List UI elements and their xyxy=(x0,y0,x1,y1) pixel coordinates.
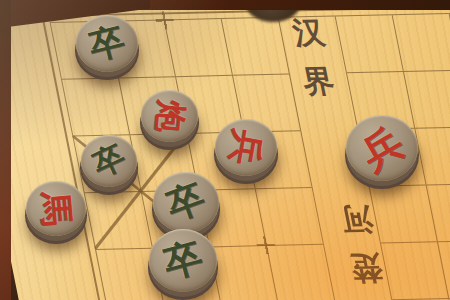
piece-black-soldier[interactable]: 卒 xyxy=(76,15,138,72)
point-marker xyxy=(255,236,277,254)
piece-character: 馬 xyxy=(26,176,86,241)
river-char: 河 xyxy=(329,195,385,245)
board-cell[interactable] xyxy=(391,13,450,71)
table-edge-left xyxy=(0,0,11,300)
river-char: 界 xyxy=(291,56,347,106)
piece-red-cannon[interactable]: 炮 xyxy=(141,90,198,142)
piece-red-soldier[interactable]: 兵 xyxy=(346,115,418,181)
piece-black-soldier[interactable]: 卒 xyxy=(81,135,137,187)
piece-red-horse[interactable]: 馬 xyxy=(26,181,86,236)
piece-character: 兵 xyxy=(213,112,280,183)
piece-red-soldier[interactable]: 兵 xyxy=(215,119,277,176)
piece-black-soldier[interactable]: 卒 xyxy=(149,229,217,292)
river-char: 楚 xyxy=(339,243,395,293)
xiangqi-board-photo: 汉 界 河 楚 卒炮兵兵卒卒馬卒 xyxy=(0,0,450,300)
piece-black-soldier[interactable]: 卒 xyxy=(153,172,219,233)
point-marker xyxy=(154,11,176,29)
piece-character: 炮 xyxy=(140,85,197,146)
